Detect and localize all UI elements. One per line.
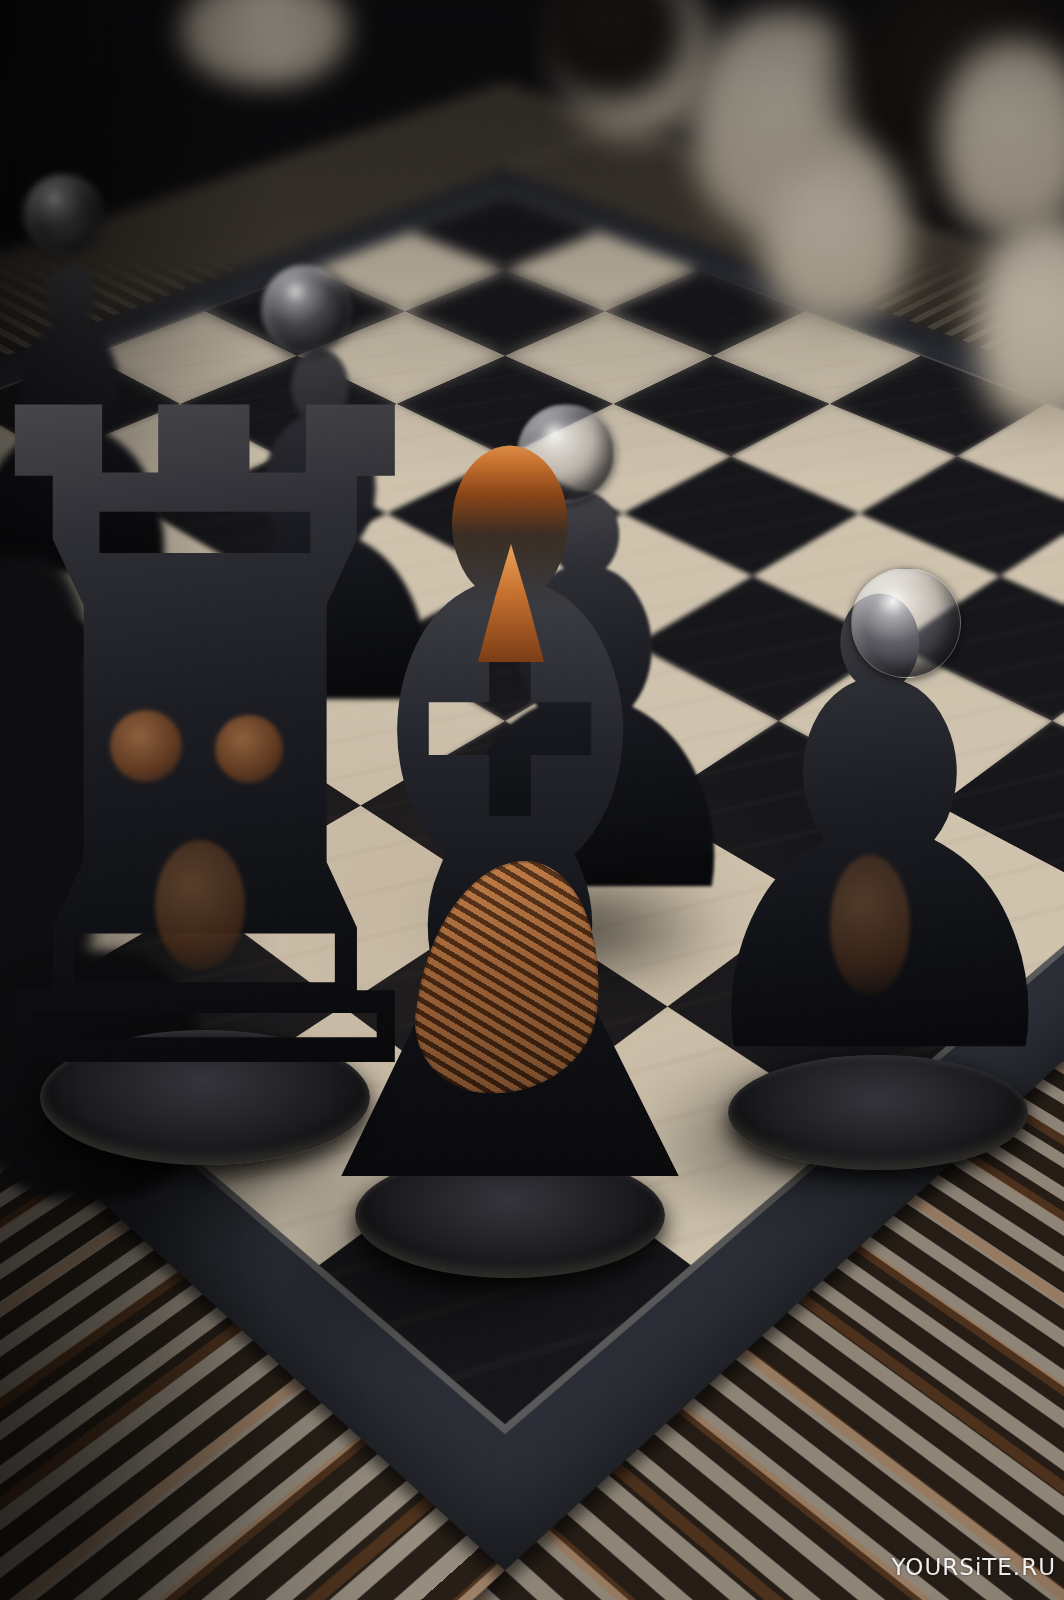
photo-stage: ♟ ♟ ♟ ♝ ♜ ♟ YOURSiTE.RU bbox=[0, 0, 1064, 1600]
copper-scroll-accent bbox=[110, 710, 182, 782]
copper-feather-accent bbox=[830, 855, 910, 995]
glass-ball-finial bbox=[851, 568, 961, 678]
pawn-glyph: ♟ bbox=[658, 584, 1064, 1080]
copper-feather-accent bbox=[155, 840, 245, 970]
watermark: YOURSiTE.RU bbox=[892, 1554, 1056, 1580]
black-pawn-right[interactable]: ♟ bbox=[700, 555, 1060, 1155]
black-rook[interactable]: ♜ bbox=[0, 400, 420, 1170]
copper-scroll-accent bbox=[215, 715, 283, 783]
